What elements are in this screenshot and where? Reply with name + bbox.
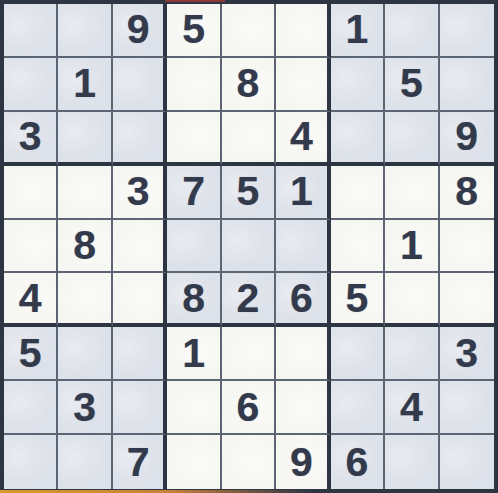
cell-r2c9[interactable] xyxy=(440,58,494,112)
cell-r9c1[interactable] xyxy=(4,435,58,489)
cell-r8c5[interactable]: 6 xyxy=(222,381,276,435)
given-digit: 5 xyxy=(400,63,423,104)
cell-r8c6[interactable] xyxy=(276,381,330,435)
cell-r1c7[interactable]: 1 xyxy=(331,4,385,58)
cell-r7c3[interactable] xyxy=(113,327,167,381)
given-digit: 9 xyxy=(455,116,478,157)
cell-r5c7[interactable] xyxy=(331,220,385,274)
sudoku-board: 951185349375188148265513364796 xyxy=(0,0,498,493)
cell-r9c4[interactable] xyxy=(167,435,221,489)
cell-r7c7[interactable] xyxy=(331,327,385,381)
cell-r5c9[interactable] xyxy=(440,220,494,274)
given-digit: 2 xyxy=(237,278,260,319)
cell-r5c3[interactable] xyxy=(113,220,167,274)
given-digit: 6 xyxy=(345,442,368,483)
cell-r1c4[interactable]: 5 xyxy=(167,4,221,58)
given-digit: 1 xyxy=(400,225,423,266)
given-digit: 3 xyxy=(455,333,478,374)
cell-r7c2[interactable] xyxy=(58,327,112,381)
cell-r3c8[interactable] xyxy=(385,112,439,166)
cell-r6c3[interactable] xyxy=(113,273,167,327)
sudoku-puzzle: 951185349375188148265513364796 xyxy=(0,0,498,493)
cell-r9c7[interactable]: 6 xyxy=(331,435,385,489)
cell-r4c3[interactable]: 3 xyxy=(113,166,167,220)
cell-r9c2[interactable] xyxy=(58,435,112,489)
cell-r8c1[interactable] xyxy=(4,381,58,435)
cell-r2c7[interactable] xyxy=(331,58,385,112)
cell-r4c1[interactable] xyxy=(4,166,58,220)
cell-r5c4[interactable] xyxy=(167,220,221,274)
cell-r3c4[interactable] xyxy=(167,112,221,166)
cell-r3c6[interactable]: 4 xyxy=(276,112,330,166)
cell-r4c4[interactable]: 7 xyxy=(167,166,221,220)
given-digit: 3 xyxy=(127,171,150,212)
cell-r1c5[interactable] xyxy=(222,4,276,58)
cell-r7c5[interactable] xyxy=(222,327,276,381)
cell-r8c4[interactable] xyxy=(167,381,221,435)
given-digit: 5 xyxy=(182,9,205,50)
given-digit: 6 xyxy=(237,387,260,428)
cell-r8c3[interactable] xyxy=(113,381,167,435)
cell-r2c6[interactable] xyxy=(276,58,330,112)
cell-r5c8[interactable]: 1 xyxy=(385,220,439,274)
cell-r6c7[interactable]: 5 xyxy=(331,273,385,327)
cell-r7c6[interactable] xyxy=(276,327,330,381)
given-digit: 9 xyxy=(127,9,150,50)
given-digit: 5 xyxy=(19,333,42,374)
given-digit: 8 xyxy=(237,63,260,104)
given-digit: 1 xyxy=(345,9,368,50)
cell-r6c5[interactable]: 2 xyxy=(222,273,276,327)
cell-r3c1[interactable]: 3 xyxy=(4,112,58,166)
given-digit: 4 xyxy=(19,278,42,319)
cell-r1c1[interactable] xyxy=(4,4,58,58)
given-digit: 3 xyxy=(19,116,42,157)
given-digit: 5 xyxy=(237,171,260,212)
cell-r1c2[interactable] xyxy=(58,4,112,58)
given-digit: 7 xyxy=(127,442,150,483)
cell-r2c1[interactable] xyxy=(4,58,58,112)
cell-r8c7[interactable] xyxy=(331,381,385,435)
cell-r6c9[interactable] xyxy=(440,273,494,327)
given-digit: 6 xyxy=(290,278,313,319)
given-digit: 8 xyxy=(455,171,478,212)
given-digit: 1 xyxy=(290,171,313,212)
given-digit: 4 xyxy=(400,387,423,428)
given-digit: 1 xyxy=(73,63,96,104)
cell-r5c2[interactable]: 8 xyxy=(58,220,112,274)
given-digit: 4 xyxy=(290,116,313,157)
cell-r1c3[interactable]: 9 xyxy=(113,4,167,58)
given-digit: 7 xyxy=(182,171,205,212)
given-digit: 1 xyxy=(182,333,205,374)
cell-r1c6[interactable] xyxy=(276,4,330,58)
cell-r5c6[interactable] xyxy=(276,220,330,274)
given-digit: 9 xyxy=(290,442,313,483)
cell-r3c3[interactable] xyxy=(113,112,167,166)
cell-r8c2[interactable]: 3 xyxy=(58,381,112,435)
cell-r3c7[interactable] xyxy=(331,112,385,166)
cell-r8c9[interactable] xyxy=(440,381,494,435)
cell-r2c3[interactable] xyxy=(113,58,167,112)
cell-r5c1[interactable] xyxy=(4,220,58,274)
cell-r4c9[interactable]: 8 xyxy=(440,166,494,220)
cell-r6c6[interactable]: 6 xyxy=(276,273,330,327)
cell-r4c6[interactable]: 1 xyxy=(276,166,330,220)
cell-r6c4[interactable]: 8 xyxy=(167,273,221,327)
cell-r9c6[interactable]: 9 xyxy=(276,435,330,489)
cell-r3c5[interactable] xyxy=(222,112,276,166)
cell-r1c8[interactable] xyxy=(385,4,439,58)
cell-r4c5[interactable]: 5 xyxy=(222,166,276,220)
cell-r4c2[interactable] xyxy=(58,166,112,220)
given-digit: 5 xyxy=(345,278,368,319)
cell-r2c4[interactable] xyxy=(167,58,221,112)
cell-r6c2[interactable] xyxy=(58,273,112,327)
cell-r7c4[interactable]: 1 xyxy=(167,327,221,381)
cell-r4c7[interactable] xyxy=(331,166,385,220)
cell-r2c2[interactable]: 1 xyxy=(58,58,112,112)
cell-r5c5[interactable] xyxy=(222,220,276,274)
cell-r3c2[interactable] xyxy=(58,112,112,166)
given-digit: 3 xyxy=(73,387,96,428)
cell-r8c8[interactable]: 4 xyxy=(385,381,439,435)
cell-r9c5[interactable] xyxy=(222,435,276,489)
cell-r7c8[interactable] xyxy=(385,327,439,381)
given-digit: 8 xyxy=(73,225,96,266)
given-digit: 8 xyxy=(182,278,205,319)
cell-r6c8[interactable] xyxy=(385,273,439,327)
cell-r3c9[interactable]: 9 xyxy=(440,112,494,166)
cell-r7c9[interactable]: 3 xyxy=(440,327,494,381)
cell-r9c8[interactable] xyxy=(385,435,439,489)
cell-r1c9[interactable] xyxy=(440,4,494,58)
cell-r9c3[interactable]: 7 xyxy=(113,435,167,489)
cell-r2c5[interactable]: 8 xyxy=(222,58,276,112)
cell-r9c9[interactable] xyxy=(440,435,494,489)
cell-r4c8[interactable] xyxy=(385,166,439,220)
cell-r7c1[interactable]: 5 xyxy=(4,327,58,381)
cell-r2c8[interactable]: 5 xyxy=(385,58,439,112)
cell-r6c1[interactable]: 4 xyxy=(4,273,58,327)
